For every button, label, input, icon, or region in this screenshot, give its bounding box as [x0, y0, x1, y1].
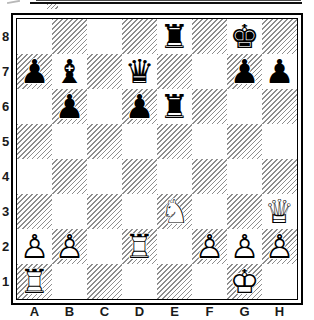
square-e1[interactable] [157, 264, 192, 299]
piece-wq-h3: ♛♕ [262, 194, 297, 229]
piece-bp-d6: ♟ [122, 89, 157, 124]
square-b3[interactable] [52, 194, 87, 229]
square-c7[interactable] [87, 54, 122, 89]
square-c8[interactable] [87, 19, 122, 54]
rank-labels: 87654321 [0, 19, 11, 299]
file-label-c: C [87, 304, 122, 319]
board-inner-frame: ♜♚♟♝♛♟♟♟♟♜♞♘♛♕♟♙♟♙♜♖♟♙♟♙♟♙♜♖♚♔ [16, 18, 298, 300]
square-f8[interactable] [192, 19, 227, 54]
piece-br-e6: ♜ [157, 89, 192, 124]
rank-label-8: 8 [0, 19, 11, 54]
square-a1[interactable]: ♜♖ [17, 264, 52, 299]
square-e4[interactable] [157, 159, 192, 194]
black-piece-glyph: ♛ [125, 55, 155, 88]
white-piece-outline-glyph: ♙ [265, 230, 295, 263]
square-a4[interactable] [17, 159, 52, 194]
piece-wn-e3: ♞♘ [157, 194, 192, 229]
square-f1[interactable] [192, 264, 227, 299]
piece-wp-a2: ♟♙ [17, 229, 52, 264]
square-d1[interactable] [122, 264, 157, 299]
piece-bb-b7: ♝ [52, 54, 87, 89]
square-d4[interactable] [122, 159, 157, 194]
piece-wp-b2: ♟♙ [52, 229, 87, 264]
square-g5[interactable] [227, 124, 262, 159]
square-b8[interactable] [52, 19, 87, 54]
rank-label-3: 3 [0, 194, 11, 229]
white-piece-outline-glyph: ♙ [20, 230, 50, 263]
square-h4[interactable] [262, 159, 297, 194]
black-piece-glyph: ♟ [230, 55, 260, 88]
rank-label-6: 6 [0, 89, 11, 124]
black-piece-glyph: ♟ [55, 90, 85, 123]
square-b4[interactable] [52, 159, 87, 194]
square-d5[interactable] [122, 124, 157, 159]
square-c2[interactable] [87, 229, 122, 264]
square-g7[interactable]: ♟ [227, 54, 262, 89]
rank-label-5: 5 [0, 124, 11, 159]
file-label-b: B [52, 304, 87, 319]
square-a5[interactable] [17, 124, 52, 159]
rank-label-4: 4 [0, 159, 11, 194]
square-h2[interactable]: ♟♙ [262, 229, 297, 264]
square-g6[interactable] [227, 89, 262, 124]
white-piece-outline-glyph: ♖ [125, 230, 155, 263]
square-a7[interactable]: ♟ [17, 54, 52, 89]
black-piece-glyph: ♝ [55, 55, 85, 88]
scan-artifact-dash [7, 0, 20, 4]
rank-label-1: 1 [0, 264, 11, 299]
square-h3[interactable]: ♛♕ [262, 194, 297, 229]
piece-wr-d2: ♜♖ [122, 229, 157, 264]
piece-wk-g1: ♚♔ [227, 264, 262, 299]
piece-wp-g2: ♟♙ [227, 229, 262, 264]
rank-label-7: 7 [0, 54, 11, 89]
square-e6[interactable]: ♜ [157, 89, 192, 124]
white-piece-outline-glyph: ♙ [230, 230, 260, 263]
white-piece-outline-glyph: ♙ [195, 230, 225, 263]
square-a3[interactable] [17, 194, 52, 229]
file-label-g: G [227, 304, 262, 319]
white-piece-outline-glyph: ♖ [20, 265, 50, 298]
file-labels: ABCDEFGH [17, 304, 297, 319]
square-g8[interactable]: ♚ [227, 19, 262, 54]
square-b5[interactable] [52, 124, 87, 159]
square-c3[interactable] [87, 194, 122, 229]
piece-bp-b6: ♟ [52, 89, 87, 124]
square-h1[interactable] [262, 264, 297, 299]
file-label-e: E [157, 304, 192, 319]
square-c4[interactable] [87, 159, 122, 194]
square-g4[interactable] [227, 159, 262, 194]
piece-bk-g8: ♚ [227, 19, 262, 54]
square-f6[interactable] [192, 89, 227, 124]
piece-wr-a1: ♜♖ [17, 264, 52, 299]
square-h7[interactable]: ♟ [262, 54, 297, 89]
piece-bp-h7: ♟ [262, 54, 297, 89]
square-a6[interactable] [17, 89, 52, 124]
square-b7[interactable]: ♝ [52, 54, 87, 89]
square-b1[interactable] [52, 264, 87, 299]
square-h5[interactable] [262, 124, 297, 159]
square-d2[interactable]: ♜♖ [122, 229, 157, 264]
piece-wp-h2: ♟♙ [262, 229, 297, 264]
file-label-a: A [17, 304, 52, 319]
square-d8[interactable] [122, 19, 157, 54]
black-piece-glyph: ♟ [20, 55, 50, 88]
square-e7[interactable] [157, 54, 192, 89]
square-g3[interactable] [227, 194, 262, 229]
square-f2[interactable]: ♟♙ [192, 229, 227, 264]
square-g2[interactable]: ♟♙ [227, 229, 262, 264]
square-b2[interactable]: ♟♙ [52, 229, 87, 264]
white-piece-outline-glyph: ♔ [230, 265, 260, 298]
square-g1[interactable]: ♚♔ [227, 264, 262, 299]
black-piece-glyph: ♟ [265, 55, 295, 88]
black-piece-glyph: ♜ [160, 20, 190, 53]
square-b6[interactable]: ♟ [52, 89, 87, 124]
cropped-upper-diagram-hatch-remnant [47, 4, 58, 9]
square-c1[interactable] [87, 264, 122, 299]
square-d3[interactable] [122, 194, 157, 229]
board: ♜♚♟♝♛♟♟♟♟♜♞♘♛♕♟♙♟♙♜♖♟♙♟♙♟♙♜♖♚♔ [17, 19, 297, 299]
square-e8[interactable]: ♜ [157, 19, 192, 54]
piece-bp-g7: ♟ [227, 54, 262, 89]
square-c5[interactable] [87, 124, 122, 159]
cropped-upper-diagram-inner-border [36, 0, 301, 1]
file-label-d: D [122, 304, 157, 319]
white-piece-outline-glyph: ♙ [55, 230, 85, 263]
square-e3[interactable]: ♞♘ [157, 194, 192, 229]
file-label-f: F [192, 304, 227, 319]
square-a2[interactable]: ♟♙ [17, 229, 52, 264]
board-frame: ♜♚♟♝♛♟♟♟♟♜♞♘♛♕♟♙♟♙♜♖♟♙♟♙♟♙♜♖♚♔ [11, 13, 303, 305]
piece-br-e8: ♜ [157, 19, 192, 54]
square-d6[interactable]: ♟ [122, 89, 157, 124]
square-h8[interactable] [262, 19, 297, 54]
square-e2[interactable] [157, 229, 192, 264]
piece-bq-d7: ♛ [122, 54, 157, 89]
black-piece-glyph: ♜ [160, 90, 190, 123]
rank-label-2: 2 [0, 229, 11, 264]
square-d7[interactable]: ♛ [122, 54, 157, 89]
square-c6[interactable] [87, 89, 122, 124]
file-label-h: H [262, 304, 297, 319]
piece-wp-f2: ♟♙ [192, 229, 227, 264]
square-f4[interactable] [192, 159, 227, 194]
square-f5[interactable] [192, 124, 227, 159]
white-piece-outline-glyph: ♕ [265, 195, 295, 228]
black-piece-glyph: ♚ [230, 20, 260, 53]
black-piece-glyph: ♟ [125, 90, 155, 123]
cropped-upper-diagram-outer-border [30, 2, 302, 4]
piece-bp-a7: ♟ [17, 54, 52, 89]
white-piece-outline-glyph: ♘ [160, 195, 190, 228]
square-a8[interactable] [17, 19, 52, 54]
square-e5[interactable] [157, 124, 192, 159]
square-f3[interactable] [192, 194, 227, 229]
square-f7[interactable] [192, 54, 227, 89]
square-h6[interactable] [262, 89, 297, 124]
